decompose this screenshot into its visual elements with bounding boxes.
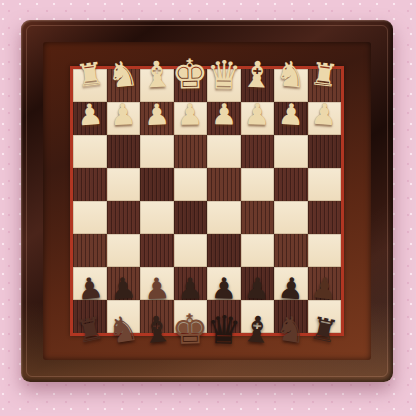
- square-c2[interactable]: ♟: [241, 102, 275, 135]
- piece-bp: ♟: [177, 274, 204, 303]
- piece-bq: ♛: [206, 309, 242, 349]
- square-h5[interactable]: [73, 201, 107, 234]
- square-c6[interactable]: [241, 234, 275, 267]
- square-a6[interactable]: [308, 234, 342, 267]
- piece-br: ♜: [307, 311, 341, 347]
- square-e5[interactable]: [174, 201, 208, 234]
- square-h6[interactable]: [73, 234, 107, 267]
- square-g3[interactable]: [107, 135, 141, 168]
- piece-bn: ♞: [273, 310, 309, 349]
- square-b7[interactable]: ♟: [274, 267, 308, 300]
- square-b3[interactable]: [274, 135, 308, 168]
- square-c5[interactable]: [241, 201, 275, 234]
- square-h2[interactable]: ♟: [73, 102, 107, 135]
- piece-wb: ♝: [140, 56, 174, 94]
- square-c4[interactable]: [241, 168, 275, 201]
- piece-wn: ♞: [274, 56, 308, 94]
- square-h7[interactable]: ♟: [73, 267, 107, 300]
- square-d7[interactable]: ♟: [207, 267, 241, 300]
- square-d3[interactable]: [207, 135, 241, 168]
- square-f7[interactable]: ♟: [140, 267, 174, 300]
- frame-inner-band: ♜♞♝♚♛♝♞♜♟♟♟♟♟♟♟♟♟♟♟♟♟♟♟♟♜♞♝♚♛♝♞♜: [43, 42, 371, 360]
- piece-wp: ♟: [244, 100, 271, 130]
- square-b2[interactable]: ♟: [274, 102, 308, 135]
- square-b8[interactable]: ♞: [274, 300, 308, 333]
- piece-wp: ♟: [310, 99, 338, 130]
- square-g2[interactable]: ♟: [107, 102, 141, 135]
- square-e3[interactable]: [174, 135, 208, 168]
- square-a4[interactable]: [308, 168, 342, 201]
- piece-wr: ♜: [309, 57, 340, 91]
- piece-wr: ♜: [74, 57, 105, 91]
- square-e2[interactable]: ♟: [174, 102, 208, 135]
- piece-wp: ♟: [277, 99, 304, 129]
- square-b5[interactable]: [274, 201, 308, 234]
- piece-bn: ♞: [105, 310, 141, 349]
- square-e1[interactable]: ♚: [174, 69, 208, 102]
- square-a1[interactable]: ♜: [308, 69, 342, 102]
- square-c1[interactable]: ♝: [241, 69, 275, 102]
- square-a7[interactable]: ♟: [308, 267, 342, 300]
- square-d5[interactable]: [207, 201, 241, 234]
- square-g7[interactable]: ♟: [107, 267, 141, 300]
- piece-bb: ♝: [240, 310, 275, 349]
- square-h4[interactable]: [73, 168, 107, 201]
- square-c8[interactable]: ♝: [241, 300, 275, 333]
- square-f5[interactable]: [140, 201, 174, 234]
- square-g5[interactable]: [107, 201, 141, 234]
- square-c7[interactable]: ♟: [241, 267, 275, 300]
- piece-wq: ♛: [206, 55, 242, 95]
- square-a8[interactable]: ♜: [308, 300, 342, 333]
- square-f1[interactable]: ♝: [140, 69, 174, 102]
- square-e7[interactable]: ♟: [174, 267, 208, 300]
- piece-wp: ♟: [143, 100, 170, 130]
- piece-wn: ♞: [106, 56, 140, 94]
- piece-wk: ♚: [172, 54, 209, 96]
- square-d4[interactable]: [207, 168, 241, 201]
- square-e8[interactable]: ♚: [174, 300, 208, 333]
- square-a5[interactable]: [308, 201, 342, 234]
- square-h3[interactable]: [73, 135, 107, 168]
- piece-bb: ♝: [139, 310, 174, 349]
- square-b1[interactable]: ♞: [274, 69, 308, 102]
- square-c3[interactable]: [241, 135, 275, 168]
- square-d2[interactable]: ♟: [207, 102, 241, 135]
- chess-board: ♜♞♝♚♛♝♞♜♟♟♟♟♟♟♟♟♟♟♟♟♟♟♟♟♜♞♝♚♛♝♞♜: [70, 66, 344, 336]
- square-e6[interactable]: [174, 234, 208, 267]
- square-g8[interactable]: ♞: [107, 300, 141, 333]
- square-f6[interactable]: [140, 234, 174, 267]
- square-d8[interactable]: ♛: [207, 300, 241, 333]
- chess-board-frame: ♜♞♝♚♛♝♞♜♟♟♟♟♟♟♟♟♟♟♟♟♟♟♟♟♜♞♝♚♛♝♞♜: [21, 20, 393, 382]
- square-f3[interactable]: [140, 135, 174, 168]
- piece-wp: ♟: [76, 99, 104, 130]
- square-e4[interactable]: [174, 168, 208, 201]
- square-d6[interactable]: [207, 234, 241, 267]
- piece-wp: ♟: [211, 100, 237, 129]
- piece-wp: ♟: [110, 99, 137, 129]
- piece-wp: ♟: [177, 100, 203, 129]
- piece-br: ♜: [73, 311, 107, 347]
- piece-wb: ♝: [240, 56, 274, 94]
- square-g1[interactable]: ♞: [107, 69, 141, 102]
- square-d1[interactable]: ♛: [207, 69, 241, 102]
- square-f4[interactable]: [140, 168, 174, 201]
- photo-background: ♜♞♝♚♛♝♞♜♟♟♟♟♟♟♟♟♟♟♟♟♟♟♟♟♜♞♝♚♛♝♞♜: [0, 0, 416, 416]
- piece-bp: ♟: [210, 274, 237, 303]
- square-a3[interactable]: [308, 135, 342, 168]
- square-g4[interactable]: [107, 168, 141, 201]
- square-h1[interactable]: ♜: [73, 69, 107, 102]
- square-g6[interactable]: [107, 234, 141, 267]
- square-b6[interactable]: [274, 234, 308, 267]
- square-f8[interactable]: ♝: [140, 300, 174, 333]
- square-b4[interactable]: [274, 168, 308, 201]
- square-a2[interactable]: ♟: [308, 102, 342, 135]
- square-f2[interactable]: ♟: [140, 102, 174, 135]
- square-h8[interactable]: ♜: [73, 300, 107, 333]
- piece-bk: ♚: [171, 308, 209, 350]
